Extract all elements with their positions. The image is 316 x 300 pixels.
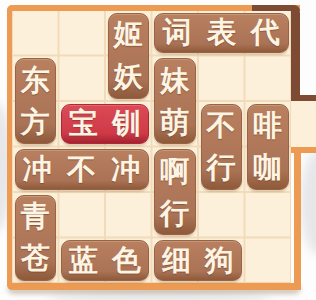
board-frame-left <box>7 5 12 290</box>
word-tile[interactable]: 妹萌 <box>154 58 196 144</box>
tile-character: 词 <box>163 18 192 47</box>
puzzle-stage: 姬妖词表代东方妹萌宝钏不行啡咖冲不冲啊行青苍蓝色细狗 <box>0 0 316 300</box>
tile-character: 啊 <box>160 157 189 186</box>
puzzle-board: 姬妖词表代东方妹萌宝钏不行啡咖冲不冲啊行青苍蓝色细狗 <box>0 0 316 300</box>
board-frame-bottom <box>7 283 301 290</box>
tile-character: 冲 <box>111 155 140 184</box>
board-frame-right-upper <box>291 5 300 101</box>
word-tile[interactable]: 青苍 <box>15 195 57 281</box>
word-tile[interactable]: 冲不冲 <box>15 149 150 190</box>
tile-character: 咖 <box>253 153 282 182</box>
tile-character: 表 <box>207 18 236 47</box>
tile-character: 狗 <box>205 246 234 275</box>
tile-character: 苍 <box>21 244 50 273</box>
tile-character: 萌 <box>160 108 189 137</box>
word-tile-target[interactable]: 宝钏 <box>61 104 149 145</box>
tile-character: 青 <box>21 202 50 231</box>
word-tile[interactable]: 啡咖 <box>247 104 289 190</box>
tile-character: 行 <box>207 153 236 182</box>
tile-character: 不 <box>67 155 96 184</box>
word-tile[interactable]: 不行 <box>201 104 243 190</box>
tile-character: 啡 <box>253 111 282 140</box>
word-tile[interactable]: 姬妖 <box>108 13 150 99</box>
word-tile[interactable]: 细狗 <box>154 240 242 281</box>
tile-character: 细 <box>162 246 191 275</box>
word-tile[interactable]: 东方 <box>15 58 57 144</box>
exit-notch-opening <box>291 101 316 147</box>
tile-character: 妖 <box>114 62 143 91</box>
tile-character: 钏 <box>112 109 141 138</box>
tile-character: 方 <box>21 108 50 137</box>
tile-character: 姬 <box>114 20 143 49</box>
word-tile[interactable]: 蓝色 <box>61 240 149 281</box>
board-frame-right-lower <box>294 147 301 290</box>
tile-character: 宝 <box>69 109 98 138</box>
tile-character: 冲 <box>23 155 52 184</box>
word-tile[interactable]: 词表代 <box>154 13 289 54</box>
tile-character: 代 <box>251 18 280 47</box>
tile-character: 不 <box>207 111 236 140</box>
tile-character: 色 <box>112 246 141 275</box>
tile-character: 妹 <box>160 66 189 95</box>
tile-character: 东 <box>21 66 50 95</box>
word-tile[interactable]: 啊行 <box>154 149 196 235</box>
tile-character: 行 <box>160 199 189 228</box>
tile-character: 蓝 <box>69 246 98 275</box>
